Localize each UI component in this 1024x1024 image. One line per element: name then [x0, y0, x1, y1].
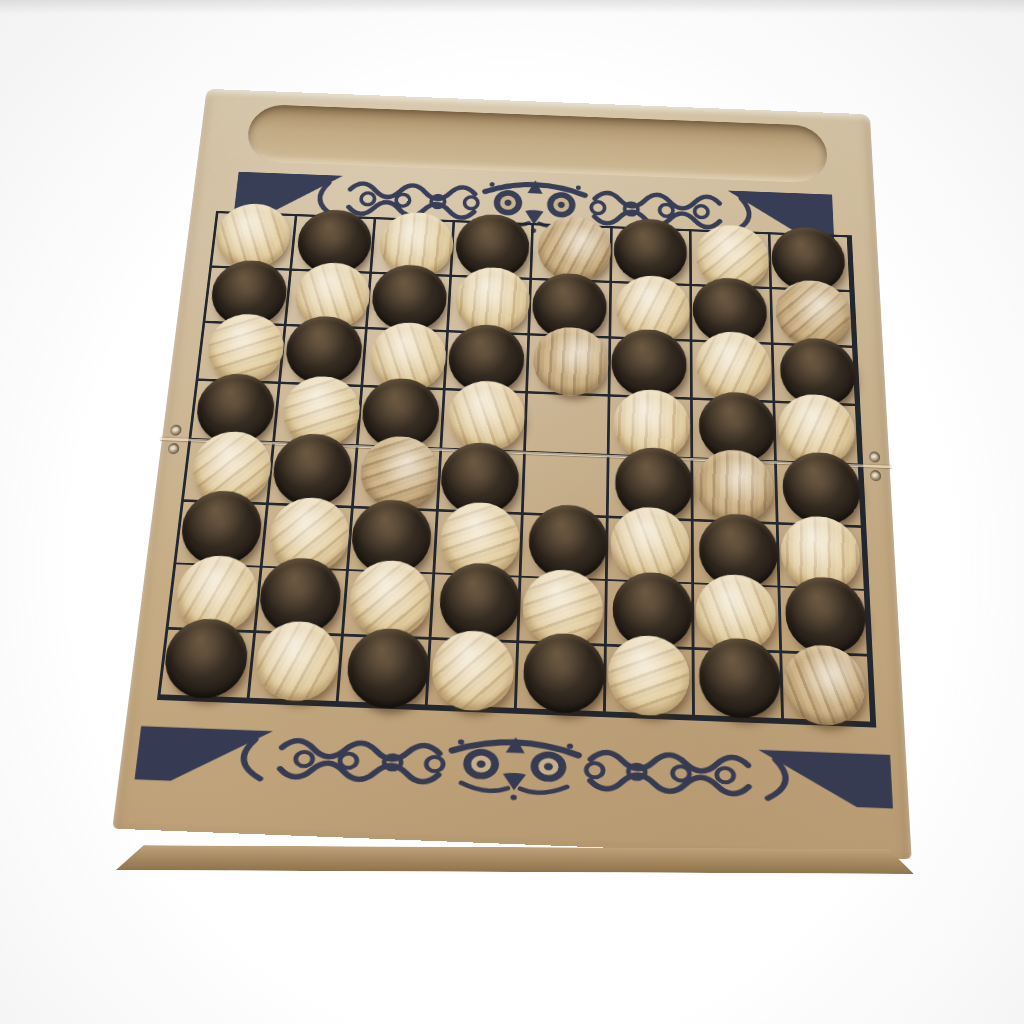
- cell-r8c1: [160, 630, 256, 701]
- tan-disc: [782, 644, 867, 727]
- hinge-holes-right: [863, 449, 889, 485]
- hinge-holes-left: [161, 423, 189, 459]
- light-disc: [430, 629, 515, 712]
- cell-r8c8: [782, 654, 873, 725]
- board-front-edge: [116, 845, 914, 874]
- cell-r8c2: [249, 633, 343, 704]
- cell-r8c6: [606, 647, 695, 718]
- bottom-ornament: [131, 716, 895, 820]
- game-grid: [157, 211, 876, 728]
- background-gray-strip: [0, 0, 1024, 14]
- cell-r8c3: [338, 637, 431, 708]
- cell-r4c5: [526, 394, 611, 457]
- cell-r8c4: [428, 640, 520, 711]
- cell-r3c5: [528, 336, 611, 397]
- game-board: [112, 89, 911, 860]
- game-scene: [112, 142, 912, 852]
- dark-disc: [345, 627, 432, 710]
- owl-knotwork-icon: [131, 716, 895, 820]
- cell-r8c7: [694, 650, 784, 721]
- cell-r8c5: [517, 643, 607, 714]
- product-photo: { "game": "checkers-style 8x8 travel boa…: [0, 0, 1024, 1024]
